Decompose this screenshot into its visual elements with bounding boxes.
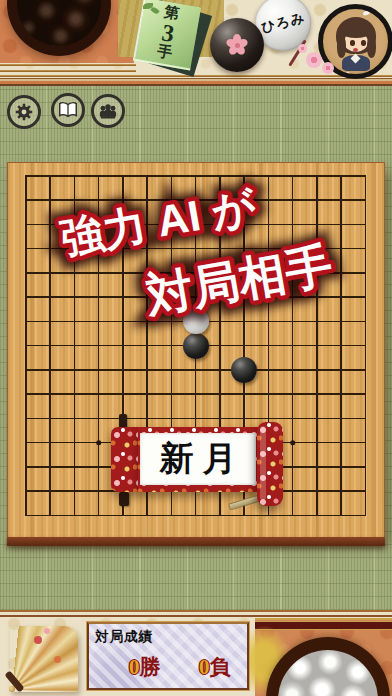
settings-button[interactable] [7,95,41,129]
scroll-right-roller [257,422,283,506]
record-panel: 対局成績 0勝 0負 [87,622,249,690]
book-icon [57,99,79,121]
hoshi-point [290,440,296,446]
wood-trim-band [0,78,392,86]
level-scroll[interactable]: 新月 [108,414,288,514]
sakura-blossom [298,44,307,53]
losses-count: 0負 [199,653,231,681]
gold-line [0,70,136,72]
banner-line2: 対局相手 [140,238,336,323]
move-number-card: 第 3 手 [133,0,201,71]
move-card-char: 手 [156,44,173,62]
player-black-stone[interactable] [210,18,264,72]
gold-line [0,75,392,77]
ai-level-name: 新月 [140,433,256,485]
record-title: 対局成績 [95,628,153,646]
opponent-name: ひろみ [259,9,306,37]
people-icon [97,100,119,122]
folding-fan-decoration [4,624,82,696]
board-front-edge [7,537,385,546]
friends-button[interactable] [91,94,125,128]
sakura-blossom [306,52,322,68]
scroll-knob-bottom [119,492,129,506]
promo-banner: 強力 AI が 強力 AI が 対局相手 対局相手 [0,128,392,368]
rules-button[interactable] [51,93,85,127]
gold-line [0,64,136,66]
hoshi-point [96,440,102,446]
scroll-left-cap [111,427,139,492]
footer-divider [0,615,392,617]
wins-count: 0勝 [129,653,161,681]
gear-icon [13,101,35,123]
sakura-blossom [322,62,334,74]
app-screen: 強力 AI が 強力 AI が 対局相手 対局相手 新月 第 3 手 ひろみ [0,0,392,696]
sakura-flower-icon [226,34,248,56]
move-number: 3 [160,20,176,46]
banner-line1: 強力 AI が [57,181,260,263]
